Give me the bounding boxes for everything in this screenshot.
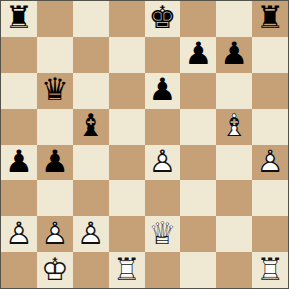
square-f4[interactable] bbox=[180, 145, 216, 181]
square-a7[interactable] bbox=[1, 37, 37, 73]
square-g6[interactable] bbox=[216, 73, 252, 109]
square-a4[interactable]: ♟ bbox=[1, 145, 37, 181]
square-g8[interactable] bbox=[216, 1, 252, 37]
square-d5[interactable] bbox=[109, 109, 145, 145]
square-b4[interactable]: ♟ bbox=[37, 145, 73, 181]
square-h3[interactable] bbox=[252, 180, 288, 216]
piece-white-pawn[interactable]: ♟♙ bbox=[145, 145, 181, 181]
square-f5[interactable] bbox=[180, 109, 216, 145]
black-pawn-glyph: ♟ bbox=[216, 37, 252, 73]
piece-white-pawn[interactable]: ♟♙ bbox=[37, 216, 73, 252]
chess-board: ♜♚♜♟♟♛♟♝♝♗♟♟♟♙♟♙♟♙♟♙♟♙♛♕♚♔♜♖♜♖ bbox=[0, 0, 289, 289]
square-b6[interactable]: ♛ bbox=[37, 73, 73, 109]
white-pawn-outline-glyph: ♙ bbox=[252, 145, 288, 181]
square-f7[interactable]: ♟ bbox=[180, 37, 216, 73]
black-queen-glyph: ♛ bbox=[37, 73, 73, 109]
square-a5[interactable] bbox=[1, 109, 37, 145]
black-pawn-glyph: ♟ bbox=[1, 145, 37, 181]
square-c5[interactable]: ♝ bbox=[73, 109, 109, 145]
piece-white-pawn[interactable]: ♟♙ bbox=[73, 216, 109, 252]
square-h6[interactable] bbox=[252, 73, 288, 109]
piece-black-bishop[interactable]: ♝ bbox=[73, 109, 109, 145]
square-c3[interactable] bbox=[73, 180, 109, 216]
square-d8[interactable] bbox=[109, 1, 145, 37]
white-pawn-outline-glyph: ♙ bbox=[73, 216, 109, 252]
square-c8[interactable] bbox=[73, 1, 109, 37]
black-pawn-glyph: ♟ bbox=[145, 73, 181, 109]
square-a6[interactable] bbox=[1, 73, 37, 109]
white-pawn-outline-glyph: ♙ bbox=[1, 216, 37, 252]
square-h7[interactable] bbox=[252, 37, 288, 73]
square-g4[interactable] bbox=[216, 145, 252, 181]
square-h5[interactable] bbox=[252, 109, 288, 145]
square-g7[interactable]: ♟ bbox=[216, 37, 252, 73]
square-b2[interactable]: ♟♙ bbox=[37, 216, 73, 252]
square-f3[interactable] bbox=[180, 180, 216, 216]
piece-black-pawn[interactable]: ♟ bbox=[216, 37, 252, 73]
black-pawn-glyph: ♟ bbox=[180, 37, 216, 73]
square-a1[interactable] bbox=[1, 252, 37, 288]
square-e4[interactable]: ♟♙ bbox=[145, 145, 181, 181]
white-queen-outline-glyph: ♕ bbox=[145, 216, 181, 252]
piece-white-king[interactable]: ♚♔ bbox=[37, 252, 73, 288]
square-b7[interactable] bbox=[37, 37, 73, 73]
square-c2[interactable]: ♟♙ bbox=[73, 216, 109, 252]
square-c1[interactable] bbox=[73, 252, 109, 288]
square-e1[interactable] bbox=[145, 252, 181, 288]
square-b3[interactable] bbox=[37, 180, 73, 216]
piece-white-bishop[interactable]: ♝♗ bbox=[216, 109, 252, 145]
piece-black-queen[interactable]: ♛ bbox=[37, 73, 73, 109]
square-d2[interactable] bbox=[109, 216, 145, 252]
square-a3[interactable] bbox=[1, 180, 37, 216]
square-h8[interactable]: ♜ bbox=[252, 1, 288, 37]
piece-black-pawn[interactable]: ♟ bbox=[1, 145, 37, 181]
square-h2[interactable] bbox=[252, 216, 288, 252]
black-king-glyph: ♚ bbox=[145, 1, 181, 37]
white-king-outline-glyph: ♔ bbox=[37, 252, 73, 288]
square-d1[interactable]: ♜♖ bbox=[109, 252, 145, 288]
square-g1[interactable] bbox=[216, 252, 252, 288]
piece-black-king[interactable]: ♚ bbox=[145, 1, 181, 37]
piece-black-rook[interactable]: ♜ bbox=[1, 1, 37, 37]
piece-black-pawn[interactable]: ♟ bbox=[145, 73, 181, 109]
square-h1[interactable]: ♜♖ bbox=[252, 252, 288, 288]
piece-white-queen[interactable]: ♛♕ bbox=[145, 216, 181, 252]
square-h4[interactable]: ♟♙ bbox=[252, 145, 288, 181]
square-f8[interactable] bbox=[180, 1, 216, 37]
white-rook-outline-glyph: ♖ bbox=[252, 252, 288, 288]
piece-white-pawn[interactable]: ♟♙ bbox=[1, 216, 37, 252]
square-b5[interactable] bbox=[37, 109, 73, 145]
square-b8[interactable] bbox=[37, 1, 73, 37]
chess-board-grid: ♜♚♜♟♟♛♟♝♝♗♟♟♟♙♟♙♟♙♟♙♟♙♛♕♚♔♜♖♜♖ bbox=[1, 1, 288, 288]
white-rook-outline-glyph: ♖ bbox=[109, 252, 145, 288]
piece-white-rook[interactable]: ♜♖ bbox=[252, 252, 288, 288]
square-a2[interactable]: ♟♙ bbox=[1, 216, 37, 252]
square-e6[interactable]: ♟ bbox=[145, 73, 181, 109]
square-f2[interactable] bbox=[180, 216, 216, 252]
square-f6[interactable] bbox=[180, 73, 216, 109]
square-c6[interactable] bbox=[73, 73, 109, 109]
square-e8[interactable]: ♚ bbox=[145, 1, 181, 37]
piece-black-rook[interactable]: ♜ bbox=[252, 1, 288, 37]
square-g5[interactable]: ♝♗ bbox=[216, 109, 252, 145]
square-g3[interactable] bbox=[216, 180, 252, 216]
square-d7[interactable] bbox=[109, 37, 145, 73]
white-pawn-outline-glyph: ♙ bbox=[37, 216, 73, 252]
square-e2[interactable]: ♛♕ bbox=[145, 216, 181, 252]
square-d4[interactable] bbox=[109, 145, 145, 181]
black-bishop-glyph: ♝ bbox=[73, 109, 109, 145]
black-pawn-glyph: ♟ bbox=[37, 145, 73, 181]
white-pawn-outline-glyph: ♙ bbox=[145, 145, 181, 181]
black-rook-glyph: ♜ bbox=[1, 1, 37, 37]
piece-white-pawn[interactable]: ♟♙ bbox=[252, 145, 288, 181]
square-b1[interactable]: ♚♔ bbox=[37, 252, 73, 288]
square-d6[interactable] bbox=[109, 73, 145, 109]
white-bishop-outline-glyph: ♗ bbox=[216, 109, 252, 145]
square-e7[interactable] bbox=[145, 37, 181, 73]
piece-black-pawn[interactable]: ♟ bbox=[37, 145, 73, 181]
piece-white-rook[interactable]: ♜♖ bbox=[109, 252, 145, 288]
square-c4[interactable] bbox=[73, 145, 109, 181]
square-e3[interactable] bbox=[145, 180, 181, 216]
black-rook-glyph: ♜ bbox=[252, 1, 288, 37]
piece-black-pawn[interactable]: ♟ bbox=[180, 37, 216, 73]
square-a8[interactable]: ♜ bbox=[1, 1, 37, 37]
square-g2[interactable] bbox=[216, 216, 252, 252]
square-d3[interactable] bbox=[109, 180, 145, 216]
square-c7[interactable] bbox=[73, 37, 109, 73]
square-e5[interactable] bbox=[145, 109, 181, 145]
square-f1[interactable] bbox=[180, 252, 216, 288]
